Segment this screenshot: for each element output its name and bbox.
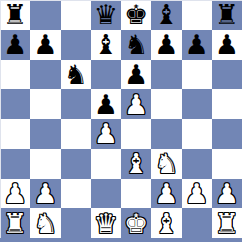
- square-c6[interactable]: ♞: [61, 60, 91, 90]
- square-a7[interactable]: ♟: [0, 30, 30, 60]
- square-b3[interactable]: [30, 149, 60, 179]
- square-b1[interactable]: ♞: [30, 208, 60, 238]
- black-knight[interactable]: ♞: [124, 30, 148, 59]
- square-g6[interactable]: [182, 60, 212, 90]
- white-pawn[interactable]: ♟: [3, 179, 27, 208]
- square-e7[interactable]: ♞: [121, 30, 151, 60]
- square-h4[interactable]: [212, 119, 242, 149]
- white-king[interactable]: ♚: [124, 209, 148, 238]
- square-h3[interactable]: [212, 149, 242, 179]
- board-bottom-band: [0, 238, 242, 242]
- square-a4[interactable]: [0, 119, 30, 149]
- square-h2[interactable]: ♟: [212, 179, 242, 209]
- square-d7[interactable]: ♝: [91, 30, 121, 60]
- white-rook[interactable]: ♜: [215, 209, 239, 238]
- square-c7[interactable]: [61, 30, 91, 60]
- square-f5[interactable]: [151, 89, 181, 119]
- square-b7[interactable]: ♟: [30, 30, 60, 60]
- black-queen[interactable]: ♛: [94, 0, 118, 29]
- board-grid: ♜♛♚♝♜♟♟♝♞♟♟♟♞♟♟♟♟♝♞♟♟♟♟♟♜♞♛♚♝♜: [0, 0, 242, 238]
- square-f6[interactable]: [151, 60, 181, 90]
- square-d2[interactable]: [91, 179, 121, 209]
- white-queen[interactable]: ♛: [94, 209, 118, 238]
- square-a2[interactable]: ♟: [0, 179, 30, 209]
- square-g4[interactable]: [182, 119, 212, 149]
- square-c2[interactable]: [61, 179, 91, 209]
- square-d3[interactable]: [91, 149, 121, 179]
- chess-board: ♜♛♚♝♜♟♟♝♞♟♟♟♞♟♟♟♟♝♞♟♟♟♟♟♜♞♛♚♝♜: [0, 0, 242, 242]
- board-top-edge: [0, 0, 242, 1]
- white-bishop[interactable]: ♝: [124, 149, 148, 178]
- square-g5[interactable]: [182, 89, 212, 119]
- square-b8[interactable]: [30, 0, 60, 30]
- square-c1[interactable]: [61, 208, 91, 238]
- square-e5[interactable]: ♟: [121, 89, 151, 119]
- black-pawn[interactable]: ♟: [94, 90, 118, 119]
- square-h6[interactable]: [212, 60, 242, 90]
- square-a8[interactable]: ♜: [0, 0, 30, 30]
- square-g8[interactable]: [182, 0, 212, 30]
- black-rook[interactable]: ♜: [215, 0, 239, 29]
- square-d8[interactable]: ♛: [91, 0, 121, 30]
- square-a5[interactable]: [0, 89, 30, 119]
- white-bishop[interactable]: ♝: [154, 209, 178, 238]
- square-g1[interactable]: [182, 208, 212, 238]
- white-pawn[interactable]: ♟: [124, 90, 148, 119]
- square-f1[interactable]: ♝: [151, 208, 181, 238]
- square-b5[interactable]: [30, 89, 60, 119]
- square-h7[interactable]: ♟: [212, 30, 242, 60]
- square-h5[interactable]: [212, 89, 242, 119]
- square-a6[interactable]: [0, 60, 30, 90]
- black-pawn[interactable]: ♟: [185, 30, 209, 59]
- white-pawn[interactable]: ♟: [185, 179, 209, 208]
- black-pawn[interactable]: ♟: [215, 30, 239, 59]
- square-h1[interactable]: ♜: [212, 208, 242, 238]
- square-c4[interactable]: [61, 119, 91, 149]
- square-c8[interactable]: [61, 0, 91, 30]
- square-h8[interactable]: ♜: [212, 0, 242, 30]
- white-pawn[interactable]: ♟: [94, 119, 118, 148]
- white-rook[interactable]: ♜: [3, 209, 27, 238]
- square-c5[interactable]: [61, 89, 91, 119]
- square-f2[interactable]: ♟: [151, 179, 181, 209]
- square-g3[interactable]: [182, 149, 212, 179]
- square-g2[interactable]: ♟: [182, 179, 212, 209]
- white-pawn[interactable]: ♟: [33, 179, 57, 208]
- square-e4[interactable]: [121, 119, 151, 149]
- square-d1[interactable]: ♛: [91, 208, 121, 238]
- square-b4[interactable]: [30, 119, 60, 149]
- square-d5[interactable]: ♟: [91, 89, 121, 119]
- square-a3[interactable]: [0, 149, 30, 179]
- square-f4[interactable]: [151, 119, 181, 149]
- black-pawn[interactable]: ♟: [124, 60, 148, 89]
- square-f3[interactable]: ♞: [151, 149, 181, 179]
- square-f8[interactable]: ♝: [151, 0, 181, 30]
- square-b6[interactable]: [30, 60, 60, 90]
- white-pawn[interactable]: ♟: [215, 179, 239, 208]
- square-e6[interactable]: ♟: [121, 60, 151, 90]
- square-e3[interactable]: ♝: [121, 149, 151, 179]
- black-rook[interactable]: ♜: [3, 0, 27, 29]
- square-e2[interactable]: [121, 179, 151, 209]
- square-f7[interactable]: ♟: [151, 30, 181, 60]
- white-knight[interactable]: ♞: [154, 149, 178, 178]
- square-e8[interactable]: ♚: [121, 0, 151, 30]
- black-pawn[interactable]: ♟: [154, 30, 178, 59]
- square-b2[interactable]: ♟: [30, 179, 60, 209]
- board-left-edge: [0, 0, 1, 238]
- white-pawn[interactable]: ♟: [154, 179, 178, 208]
- black-bishop[interactable]: ♝: [94, 30, 118, 59]
- black-king[interactable]: ♚: [124, 0, 148, 29]
- square-d6[interactable]: [91, 60, 121, 90]
- black-pawn[interactable]: ♟: [3, 30, 27, 59]
- square-e1[interactable]: ♚: [121, 208, 151, 238]
- square-a1[interactable]: ♜: [0, 208, 30, 238]
- black-knight[interactable]: ♞: [64, 60, 88, 89]
- square-g7[interactable]: ♟: [182, 30, 212, 60]
- white-knight[interactable]: ♞: [33, 209, 57, 238]
- black-pawn[interactable]: ♟: [33, 30, 57, 59]
- square-c3[interactable]: [61, 149, 91, 179]
- black-bishop[interactable]: ♝: [154, 0, 178, 29]
- square-d4[interactable]: ♟: [91, 119, 121, 149]
